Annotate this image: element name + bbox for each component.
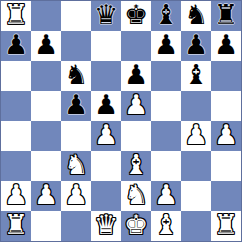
black-pawn[interactable]: ♟ — [94, 91, 118, 120]
white-bishop[interactable]: ♝ — [124, 151, 148, 180]
white-queen[interactable]: ♛ — [94, 211, 118, 240]
black-pawn[interactable]: ♟ — [214, 31, 238, 60]
square-d4[interactable]: ♟ — [91, 121, 121, 151]
white-pawn[interactable]: ♟ — [4, 181, 28, 210]
black-king[interactable]: ♚ — [124, 1, 148, 30]
square-a3[interactable] — [1, 151, 31, 181]
black-pawn[interactable]: ♟ — [64, 91, 88, 120]
white-pawn[interactable]: ♟ — [124, 91, 148, 120]
black-pawn[interactable]: ♟ — [34, 31, 58, 60]
square-h6[interactable] — [211, 61, 241, 91]
square-c8[interactable] — [61, 1, 91, 31]
square-g1[interactable] — [181, 211, 211, 241]
square-e4[interactable] — [121, 121, 151, 151]
square-e5[interactable]: ♟ — [121, 91, 151, 121]
square-d3[interactable] — [91, 151, 121, 181]
white-king[interactable]: ♚ — [124, 211, 148, 240]
square-c7[interactable] — [61, 31, 91, 61]
square-a1[interactable]: ♜ — [1, 211, 31, 241]
square-d5[interactable]: ♟ — [91, 91, 121, 121]
square-a4[interactable] — [1, 121, 31, 151]
square-g3[interactable] — [181, 151, 211, 181]
square-g6[interactable]: ♝ — [181, 61, 211, 91]
black-rook[interactable]: ♜ — [214, 1, 238, 30]
black-pawn[interactable]: ♟ — [4, 31, 28, 60]
square-f6[interactable] — [151, 61, 181, 91]
square-d2[interactable] — [91, 181, 121, 211]
square-f2[interactable]: ♟ — [151, 181, 181, 211]
square-g7[interactable]: ♟ — [181, 31, 211, 61]
square-b8[interactable] — [31, 1, 61, 31]
black-knight[interactable]: ♞ — [64, 61, 88, 90]
black-bishop[interactable]: ♝ — [184, 61, 208, 90]
square-g2[interactable] — [181, 181, 211, 211]
square-f1[interactable]: ♝ — [151, 211, 181, 241]
square-g4[interactable]: ♟ — [181, 121, 211, 151]
square-c4[interactable] — [61, 121, 91, 151]
square-f5[interactable] — [151, 91, 181, 121]
square-b7[interactable]: ♟ — [31, 31, 61, 61]
square-h5[interactable] — [211, 91, 241, 121]
square-c2[interactable]: ♟ — [61, 181, 91, 211]
white-rook[interactable]: ♜ — [4, 1, 28, 30]
black-pawn[interactable]: ♟ — [124, 61, 148, 90]
square-f8[interactable]: ♝ — [151, 1, 181, 31]
square-e2[interactable]: ♞ — [121, 181, 151, 211]
square-a8[interactable]: ♜ — [1, 1, 31, 31]
square-h4[interactable]: ♟ — [211, 121, 241, 151]
square-g8[interactable]: ♞ — [181, 1, 211, 31]
square-h7[interactable]: ♟ — [211, 31, 241, 61]
square-d7[interactable] — [91, 31, 121, 61]
white-pawn[interactable]: ♟ — [154, 181, 178, 210]
white-pawn[interactable]: ♟ — [214, 121, 238, 150]
white-pawn[interactable]: ♟ — [64, 181, 88, 210]
square-b1[interactable] — [31, 211, 61, 241]
square-c6[interactable]: ♞ — [61, 61, 91, 91]
square-b5[interactable] — [31, 91, 61, 121]
black-bishop[interactable]: ♝ — [154, 1, 178, 30]
square-e1[interactable]: ♚ — [121, 211, 151, 241]
square-b3[interactable] — [31, 151, 61, 181]
square-h1[interactable]: ♜ — [211, 211, 241, 241]
white-rook[interactable]: ♜ — [4, 211, 28, 240]
square-h2[interactable] — [211, 181, 241, 211]
square-c5[interactable]: ♟ — [61, 91, 91, 121]
square-c1[interactable] — [61, 211, 91, 241]
white-rook[interactable]: ♜ — [214, 211, 238, 240]
square-g5[interactable] — [181, 91, 211, 121]
square-d6[interactable] — [91, 61, 121, 91]
square-f4[interactable] — [151, 121, 181, 151]
square-b2[interactable]: ♟ — [31, 181, 61, 211]
square-e7[interactable] — [121, 31, 151, 61]
white-pawn[interactable]: ♟ — [184, 121, 208, 150]
square-b6[interactable] — [31, 61, 61, 91]
square-f3[interactable] — [151, 151, 181, 181]
black-queen[interactable]: ♛ — [94, 1, 118, 30]
black-pawn[interactable]: ♟ — [154, 31, 178, 60]
black-knight[interactable]: ♞ — [184, 1, 208, 30]
square-a5[interactable] — [1, 91, 31, 121]
square-d1[interactable]: ♛ — [91, 211, 121, 241]
square-a2[interactable]: ♟ — [1, 181, 31, 211]
square-b4[interactable] — [31, 121, 61, 151]
square-a6[interactable] — [1, 61, 31, 91]
black-pawn[interactable]: ♟ — [184, 31, 208, 60]
square-e8[interactable]: ♚ — [121, 1, 151, 31]
white-bishop[interactable]: ♝ — [154, 211, 178, 240]
white-knight[interactable]: ♞ — [64, 151, 88, 180]
square-c3[interactable]: ♞ — [61, 151, 91, 181]
chess-board: ♜♛♚♝♞♜♟♟♟♟♟♞♟♝♟♟♟♟♟♟♞♝♟♟♟♞♟♜♛♚♝♜ — [0, 0, 242, 242]
square-d8[interactable]: ♛ — [91, 1, 121, 31]
white-knight[interactable]: ♞ — [124, 181, 148, 210]
square-h8[interactable]: ♜ — [211, 1, 241, 31]
square-f7[interactable]: ♟ — [151, 31, 181, 61]
white-pawn[interactable]: ♟ — [34, 181, 58, 210]
square-e3[interactable]: ♝ — [121, 151, 151, 181]
square-h3[interactable] — [211, 151, 241, 181]
square-e6[interactable]: ♟ — [121, 61, 151, 91]
square-a7[interactable]: ♟ — [1, 31, 31, 61]
white-pawn[interactable]: ♟ — [94, 121, 118, 150]
